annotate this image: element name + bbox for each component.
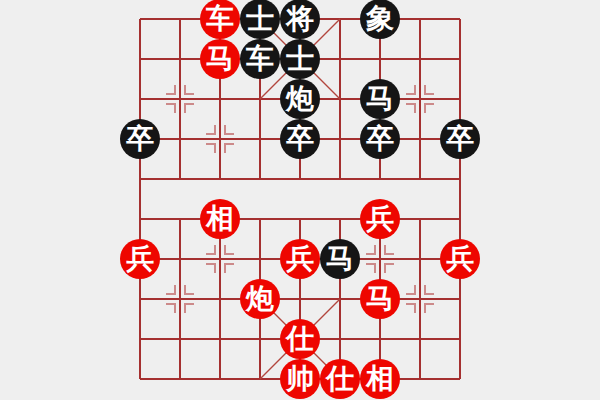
piece-black-horse[interactable]: 马 — [360, 79, 400, 119]
piece-red-elephant[interactable]: 相 — [200, 199, 240, 239]
piece-red-soldier[interactable]: 兵 — [280, 239, 320, 279]
piece-red-horse[interactable]: 马 — [200, 39, 240, 79]
piece-red-elephant[interactable]: 相 — [360, 359, 400, 399]
piece-black-elephant[interactable]: 象 — [360, 0, 400, 39]
piece-red-cannon[interactable]: 炮 — [240, 279, 280, 319]
piece-black-cannon[interactable]: 炮 — [280, 79, 320, 119]
piece-black-advisor[interactable]: 士 — [280, 39, 320, 79]
piece-red-horse[interactable]: 马 — [360, 279, 400, 319]
piece-black-soldier[interactable]: 卒 — [280, 119, 320, 159]
piece-red-advisor[interactable]: 仕 — [320, 359, 360, 399]
piece-red-chariot[interactable]: 车 — [200, 0, 240, 39]
piece-red-soldier[interactable]: 兵 — [360, 199, 400, 239]
piece-black-soldier[interactable]: 卒 — [120, 119, 160, 159]
piece-black-soldier[interactable]: 卒 — [360, 119, 400, 159]
piece-red-general[interactable]: 帅 — [280, 359, 320, 399]
piece-red-soldier[interactable]: 兵 — [120, 239, 160, 279]
piece-black-soldier[interactable]: 卒 — [440, 119, 480, 159]
piece-black-chariot[interactable]: 车 — [240, 39, 280, 79]
piece-black-advisor[interactable]: 士 — [240, 0, 280, 39]
piece-black-general[interactable]: 将 — [280, 0, 320, 39]
piece-red-advisor[interactable]: 仕 — [280, 319, 320, 359]
piece-red-soldier[interactable]: 兵 — [440, 239, 480, 279]
xiangqi-board[interactable]: 车士将象马车士炮马卒卒卒卒相兵兵兵马兵炮马仕帅仕相 — [0, 0, 600, 400]
piece-black-horse[interactable]: 马 — [320, 239, 360, 279]
